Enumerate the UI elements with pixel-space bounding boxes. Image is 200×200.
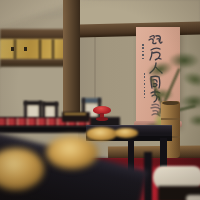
- vase-mouth: [162, 101, 179, 105]
- pine-needles: [150, 88, 174, 101]
- cabinet-handle: [11, 47, 14, 51]
- gold-tray: [86, 127, 117, 141]
- gold-tray: [114, 128, 138, 138]
- cabinet-door-seam: [14, 39, 16, 60]
- vase-node: [161, 118, 180, 120]
- calligraphy-signature-lower: [144, 73, 146, 99]
- cabinet-handle: [24, 47, 27, 51]
- wood-pillar: [63, 0, 80, 120]
- second-stool-corner: [186, 195, 200, 200]
- cabinet-door-seam: [52, 39, 54, 60]
- gold-tray-foreground: [46, 136, 98, 169]
- cabinet-door-seam: [39, 39, 41, 60]
- pine-needles: [168, 52, 200, 69]
- gold-cabinet-doors: [0, 39, 66, 60]
- table-items-gold-trim: [64, 113, 86, 115]
- calligraphy-signature-upper: [142, 44, 144, 60]
- mid-table-leg: [160, 138, 167, 167]
- pedestal-bowl-foot: [96, 117, 108, 121]
- japanese-room-photo: [0, 0, 200, 200]
